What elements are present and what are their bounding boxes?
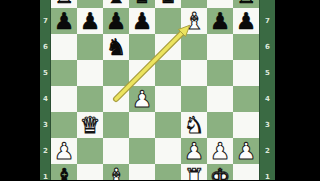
square-c7: ♟: [103, 8, 129, 34]
black-bishop-c8: ♝: [106, 0, 127, 7]
square-h1: [233, 164, 259, 180]
board-squares: ♜♝♛♚♜♟♟♟♟♝♟♟♞♟♛♞♟♟♟♟♝♝♜♚: [51, 0, 259, 180]
rank-label-strip-left: 87654321: [40, 0, 51, 180]
square-a7: ♟: [51, 8, 77, 34]
square-a6: [51, 34, 77, 60]
square-c4: [103, 86, 129, 112]
square-h8: ♜: [233, 0, 259, 8]
square-a4: [51, 86, 77, 112]
rank-label-3: 3: [40, 112, 51, 138]
square-c3: [103, 112, 129, 138]
square-d2: [129, 138, 155, 164]
black-bishop-a1: ♝: [54, 166, 75, 181]
white-queen-b3: ♛: [80, 114, 101, 137]
square-c8: ♝: [103, 0, 129, 8]
square-d3: [129, 112, 155, 138]
square-f3: ♞: [181, 112, 207, 138]
black-king-e8: ♚: [158, 0, 179, 7]
square-d1: [129, 164, 155, 180]
square-d4: ♟: [129, 86, 155, 112]
square-g3: [207, 112, 233, 138]
square-f4: [181, 86, 207, 112]
square-g5: [207, 60, 233, 86]
square-a1: ♝: [51, 164, 77, 180]
rank-label-2: 2: [40, 138, 51, 164]
square-h6: [233, 34, 259, 60]
square-f2: ♟: [181, 138, 207, 164]
rank-label-1: 1: [40, 164, 51, 180]
square-b6: [77, 34, 103, 60]
white-knight-f3: ♞: [184, 114, 205, 137]
square-a3: [51, 112, 77, 138]
white-pawn-h2: ♟: [236, 140, 257, 163]
white-pawn-g2: ♟: [210, 140, 231, 163]
square-d8: ♛: [129, 0, 155, 8]
square-e5: [155, 60, 181, 86]
square-b5: [77, 60, 103, 86]
black-pawn-h7: ♟: [236, 10, 257, 33]
square-g6: [207, 34, 233, 60]
rank-label-1: 1: [260, 164, 275, 180]
black-queen-d8: ♛: [132, 0, 153, 7]
square-b8: [77, 0, 103, 8]
rank-label-5: 5: [260, 60, 275, 86]
square-c5: [103, 60, 129, 86]
square-f5: [181, 60, 207, 86]
white-rook-f1: ♜: [184, 166, 205, 181]
white-bishop-c1: ♝: [106, 166, 127, 181]
square-b3: ♛: [77, 112, 103, 138]
black-knight-c6: ♞: [106, 36, 127, 59]
square-e2: [155, 138, 181, 164]
square-h4: [233, 86, 259, 112]
square-e6: [155, 34, 181, 60]
white-king-g1: ♚: [210, 166, 231, 181]
square-b2: [77, 138, 103, 164]
rank-label-6: 6: [40, 34, 51, 60]
white-pawn-d4: ♟: [132, 88, 153, 111]
square-b4: [77, 86, 103, 112]
square-a8: ♜: [51, 0, 77, 8]
square-h7: ♟: [233, 8, 259, 34]
square-g1: ♚: [207, 164, 233, 180]
rank-label-7: 7: [260, 8, 275, 34]
black-pawn-c7: ♟: [106, 10, 127, 33]
rank-label-2: 2: [260, 138, 275, 164]
square-d6: [129, 34, 155, 60]
black-pawn-b7: ♟: [80, 10, 101, 33]
square-e7: [155, 8, 181, 34]
square-e8: ♚: [155, 0, 181, 8]
square-g7: ♟: [207, 8, 233, 34]
square-g2: ♟: [207, 138, 233, 164]
square-e4: [155, 86, 181, 112]
white-pawn-f2: ♟: [184, 140, 205, 163]
rank-label-8: 8: [260, 0, 275, 8]
rank-label-7: 7: [40, 8, 51, 34]
black-pawn-g7: ♟: [210, 10, 231, 33]
square-g8: [207, 0, 233, 8]
white-bishop-f7: ♝: [184, 10, 205, 33]
black-pawn-d7: ♟: [132, 10, 153, 33]
square-h3: [233, 112, 259, 138]
square-f8: [181, 0, 207, 8]
black-rook-h8: ♜: [236, 0, 257, 7]
square-d5: [129, 60, 155, 86]
rank-label-4: 4: [260, 86, 275, 112]
rank-label-5: 5: [40, 60, 51, 86]
rank-label-8: 8: [40, 0, 51, 8]
square-f6: [181, 34, 207, 60]
square-a5: [51, 60, 77, 86]
square-c2: [103, 138, 129, 164]
square-f7: ♝: [181, 8, 207, 34]
chess-board: 87654321 87654321 ♜♝♛♚♜♟♟♟♟♝♟♟♞♟♛♞♟♟♟♟♝♝…: [40, 0, 275, 180]
square-h2: ♟: [233, 138, 259, 164]
square-f1: ♜: [181, 164, 207, 180]
square-g4: [207, 86, 233, 112]
rank-label-4: 4: [40, 86, 51, 112]
rank-label-6: 6: [260, 34, 275, 60]
black-pawn-a7: ♟: [54, 10, 75, 33]
square-c1: ♝: [103, 164, 129, 180]
black-rook-a8: ♜: [54, 0, 75, 7]
video-frame: 87654321 87654321 ♜♝♛♚♜♟♟♟♟♝♟♟♞♟♛♞♟♟♟♟♝♝…: [0, 0, 320, 180]
white-pawn-a2: ♟: [54, 140, 75, 163]
square-h5: [233, 60, 259, 86]
square-c6: ♞: [103, 34, 129, 60]
square-e3: [155, 112, 181, 138]
square-b1: [77, 164, 103, 180]
square-d7: ♟: [129, 8, 155, 34]
rank-label-3: 3: [260, 112, 275, 138]
square-a2: ♟: [51, 138, 77, 164]
square-e1: [155, 164, 181, 180]
square-b7: ♟: [77, 8, 103, 34]
rank-label-strip-right: 87654321: [260, 0, 275, 180]
